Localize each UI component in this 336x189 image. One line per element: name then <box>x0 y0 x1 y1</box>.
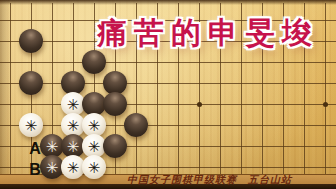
grid-line-h <box>0 104 336 105</box>
grid-line-v <box>10 3 11 174</box>
black-stone <box>103 92 127 116</box>
grid-line-h <box>0 62 336 63</box>
grid-line-v <box>325 3 326 174</box>
grid-line-h <box>0 83 336 84</box>
video-title: 痛苦的申旻埈 <box>97 16 319 49</box>
grid-line-h <box>0 125 336 126</box>
point-label-B: B <box>29 162 41 178</box>
point-label-A: A <box>29 141 41 157</box>
star-point <box>323 102 328 107</box>
black-stone <box>103 134 127 158</box>
event-caption: 中国女子围棋甲级联赛 五台山站 <box>127 173 292 187</box>
board-top-edge <box>0 0 336 5</box>
white-stone: ✳ <box>82 155 106 179</box>
star-point <box>197 102 202 107</box>
board-left-shade <box>0 0 10 189</box>
video-frame: ✳✳✳✳✳✳✳✳✳✳AB 中国女子围棋甲级联赛 五台山站 痛苦的申旻埈 <box>0 0 336 189</box>
black-stone <box>124 113 148 137</box>
asterisk-mark: ✳ <box>82 155 106 179</box>
black-stone <box>82 50 106 74</box>
black-stone <box>19 71 43 95</box>
black-stone <box>19 29 43 53</box>
